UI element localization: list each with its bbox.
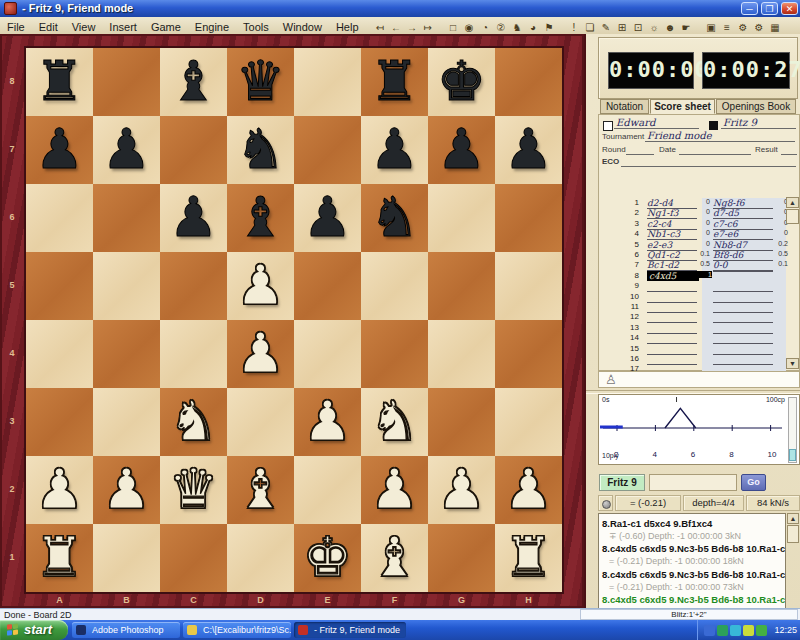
white-move-time: 1 <box>698 271 712 278</box>
square-c5[interactable] <box>160 252 227 320</box>
annotation-strip: ♙ <box>598 371 800 388</box>
black-pawn-b7[interactable]: ♟ <box>93 116 160 184</box>
rank-label-3: 3 <box>0 416 24 426</box>
move-number: 15 <box>599 344 639 353</box>
engine-line-variation: 8.c4xd5 c6xd5 9.Nc3-b5 Bd6-b8 10.Ra1-c1 <box>602 543 786 554</box>
black-move[interactable]: Bf8-d6 <box>713 250 773 261</box>
engine-line-variation: 8.c4xd5 c6xd5 9.Nc3-b5 Bd6-b8 10.Ra1-c1 <box>602 594 786 605</box>
display-icon[interactable] <box>756 625 767 636</box>
taskbar-button-icon <box>298 625 308 635</box>
white-clock: 0:00:00 <box>608 52 694 89</box>
sheet-scroll-down[interactable]: ▼ <box>786 358 799 369</box>
chess-board[interactable]: ♜♝♛♜♚♟♟♞♟♟♟♟♝♟♞♟♟♞♟♞♟♟♛♝♟♟♟♜♚♝♜ <box>26 48 562 592</box>
resign-flag-icon[interactable]: ⚑ <box>541 20 557 35</box>
black-pawn-f7[interactable]: ♟ <box>361 116 428 184</box>
start-button[interactable]: start <box>0 620 68 640</box>
file-label-h: H <box>495 592 562 608</box>
white-knight-c3[interactable]: ♞ <box>160 388 227 456</box>
round-label: Round <box>602 145 626 154</box>
menu-file[interactable]: File <box>0 19 32 33</box>
move-row-12: 12 <box>599 312 799 322</box>
square-h3[interactable] <box>495 388 562 456</box>
square-f7[interactable]: ♟ <box>361 116 428 184</box>
menu-edit[interactable]: Edit <box>32 19 65 33</box>
graph-slider-thumb[interactable] <box>789 449 796 461</box>
square-e2[interactable] <box>294 456 361 524</box>
database-icon[interactable]: ◉ <box>461 20 477 35</box>
black-move[interactable]: Nb8-d7 <box>713 240 773 251</box>
board-design-icon[interactable]: ▦ <box>767 20 783 35</box>
black-move[interactable]: 0-0 <box>713 260 773 271</box>
black-move-empty[interactable] <box>713 302 773 313</box>
white-move-time: 0 <box>698 229 710 236</box>
network-icon[interactable] <box>704 625 715 636</box>
square-a1[interactable]: ♜ <box>26 524 93 592</box>
taskbar: start Adobe PhotoshopC:\[Excalibur\fritz… <box>0 620 800 640</box>
taskbar-button-icon <box>76 625 86 635</box>
menu-insert[interactable]: Insert <box>102 19 144 33</box>
square-h2[interactable]: ♟ <box>495 456 562 524</box>
white-move-empty[interactable] <box>647 302 697 313</box>
file-label-b: B <box>93 592 160 608</box>
square-d6[interactable]: ♝ <box>227 184 294 252</box>
black-move-empty[interactable] <box>713 281 773 292</box>
square-h4[interactable] <box>495 320 562 388</box>
annotate-icon[interactable]: ✎ <box>598 20 614 35</box>
move-row-4: 4Nb1-c30e7-e60 <box>599 229 799 239</box>
rank-label-4: 4 <box>0 348 24 358</box>
engine-status-row: = (-0.21) depth=4/4 84 kN/s <box>598 494 800 512</box>
black-bishop-c8[interactable]: ♝ <box>160 48 227 116</box>
move-row-10: 10 <box>599 292 799 302</box>
white-pawn-a2[interactable]: ♟ <box>26 456 93 524</box>
square-g2[interactable]: ♟ <box>428 456 495 524</box>
white-move-empty[interactable] <box>647 354 697 365</box>
square-d3[interactable] <box>227 388 294 456</box>
offer-draw-icon[interactable]: ☛ <box>678 20 694 35</box>
file-label-c: C <box>160 592 227 608</box>
square-b7[interactable]: ♟ <box>93 116 160 184</box>
close-button[interactable]: ✕ <box>781 2 798 15</box>
fritz9-window: - Fritz 9, Friend mode ─ ❐ ✕ FileEditVie… <box>0 0 800 640</box>
move-row-7: 7Bc1-d20.50-00.1 <box>599 260 799 270</box>
result-label: Result <box>755 145 778 154</box>
square-c3[interactable]: ♞ <box>160 388 227 456</box>
taskbar-button-icon <box>187 625 197 635</box>
white-move-time: 0 <box>698 208 710 215</box>
right-panel: 0:00:00 0:00:27 Edward Fritz 9 Tournamen… <box>586 34 800 608</box>
move-number: 16 <box>599 354 639 363</box>
engine-knight-icon[interactable]: ♞ <box>509 20 525 35</box>
white-queen-c2[interactable]: ♛ <box>160 456 227 524</box>
move-row-13: 13 <box>599 323 799 333</box>
engine-line-variation: 8.c4xd5 c6xd5 9.Nc3-b5 Bd6-b8 10.Ra1-c1 <box>602 569 786 580</box>
clock-icon[interactable]: ◔ <box>477 20 493 35</box>
move-row-9: 9 <box>599 281 799 291</box>
engine-speed: 84 kN/s <box>746 495 800 511</box>
move-number: 9 <box>599 281 639 290</box>
white-pawn-f2[interactable]: ♟ <box>361 456 428 524</box>
new-game-icon[interactable]: □ <box>445 20 461 35</box>
led-dot <box>602 500 611 509</box>
svg-text:8: 8 <box>729 450 734 459</box>
square-e5[interactable] <box>294 252 361 320</box>
black-move-empty[interactable] <box>713 312 773 323</box>
sheet-scroll-thumb[interactable] <box>786 209 799 224</box>
system-tray: 12:25 <box>697 620 800 640</box>
black-rook-a8[interactable]: ♜ <box>26 48 93 116</box>
square-a8[interactable]: ♜ <box>26 48 93 116</box>
black-pawn-h7[interactable]: ♟ <box>495 116 562 184</box>
engine-line-detail: = (-0.21) Depth: -1 00:00:00 18kN <box>602 556 744 566</box>
window-title: - Fritz 9, Friend mode <box>22 2 133 14</box>
black-move-empty[interactable] <box>713 333 773 344</box>
black-queen-d8[interactable]: ♛ <box>227 48 294 116</box>
hint-icon[interactable]: ! <box>566 20 582 35</box>
black-move[interactable]: Ng8-f6 <box>713 198 773 209</box>
pawn-outline-icon: ♙ <box>605 372 617 387</box>
square-d2[interactable]: ♝ <box>227 456 294 524</box>
square-g5[interactable] <box>428 252 495 320</box>
square-f3[interactable]: ♞ <box>361 388 428 456</box>
settings-icon[interactable]: ⚙ <box>735 20 751 35</box>
toolbar: ↤←→↦□◉◔②♞◕⚑!❏✎⊞⊡☼☻☛▣≡⚙⚙▦ <box>372 17 783 34</box>
square-e6[interactable]: ♟ <box>294 184 361 252</box>
square-f8[interactable]: ♜ <box>361 48 428 116</box>
square-c7[interactable] <box>160 116 227 184</box>
title-bar: - Fritz 9, Friend mode ─ ❐ ✕ <box>0 0 800 17</box>
black-move-time: 0.2 <box>774 240 788 247</box>
white-player-icon <box>603 121 613 131</box>
two-players-icon[interactable]: ② <box>493 20 509 35</box>
white-move-time: 0.1 <box>698 250 710 257</box>
move-row-8: 8c4xd51 <box>599 271 799 281</box>
move-row-11: 11 <box>599 302 799 312</box>
black-move-empty[interactable] <box>713 354 773 365</box>
windows-logo-icon <box>7 623 19 636</box>
square-h1[interactable]: ♜ <box>495 524 562 592</box>
tab-openings-book[interactable]: Openings Book <box>716 99 796 114</box>
engine-eval: = (-0.21) <box>615 495 681 511</box>
new-board-icon[interactable]: ⊡ <box>630 20 646 35</box>
square-d1[interactable] <box>227 524 294 592</box>
black-pawn-e6[interactable]: ♟ <box>294 184 361 252</box>
move-row-14: 14 <box>599 333 799 343</box>
move-row-6: 6Qd1-c20.1Bf8-d60.5 <box>599 250 799 260</box>
move-row-1: 1d2-d40Ng8-f60 <box>599 198 799 208</box>
white-move[interactable]: d2-d4 <box>647 198 697 209</box>
black-move[interactable] <box>713 271 773 272</box>
square-e3[interactable]: ♟ <box>294 388 361 456</box>
engine-line-detail: = (-0.21) Depth: -1 00:00:00 73kN <box>602 582 744 592</box>
square-c4[interactable] <box>160 320 227 388</box>
file-label-d: D <box>227 592 294 608</box>
white-move-empty[interactable] <box>647 333 697 344</box>
app-icon <box>4 2 17 15</box>
rank-label-7: 7 <box>0 144 24 154</box>
white-move[interactable]: c2-c4 <box>647 219 697 230</box>
square-h5[interactable] <box>495 252 562 320</box>
square-a6[interactable] <box>26 184 93 252</box>
square-h6[interactable] <box>495 184 562 252</box>
black-rook-f8[interactable]: ♜ <box>361 48 428 116</box>
black-move-empty[interactable] <box>713 323 773 334</box>
black-move[interactable]: e7-e6 <box>713 229 773 240</box>
tab-score-sheet[interactable]: Score sheet <box>650 99 715 114</box>
go-end-icon[interactable]: ↦ <box>420 20 436 35</box>
tournament-label: Tournament <box>602 132 644 141</box>
square-a3[interactable] <box>26 388 93 456</box>
black-knight-d7[interactable]: ♞ <box>227 116 294 184</box>
menu-engine[interactable]: Engine <box>188 19 236 33</box>
board-window-icon[interactable]: ⊞ <box>614 20 630 35</box>
white-knight-f3[interactable]: ♞ <box>361 388 428 456</box>
file-label-g: G <box>428 592 495 608</box>
square-c1[interactable] <box>160 524 227 592</box>
white-pawn-h2[interactable]: ♟ <box>495 456 562 524</box>
move-number: 6 <box>599 250 639 259</box>
square-e8[interactable] <box>294 48 361 116</box>
white-move[interactable]: e2-e3 <box>647 240 697 251</box>
move-row-5: 5e2-e30Nb8-d70.2 <box>599 240 799 250</box>
square-b8[interactable] <box>93 48 160 116</box>
move-number: 2 <box>599 208 639 217</box>
rank-label-5: 5 <box>0 280 24 290</box>
black-clock: 0:00:27 <box>702 52 790 89</box>
white-pawn-e3[interactable]: ♟ <box>294 388 361 456</box>
black-move-empty[interactable] <box>713 292 773 303</box>
white-move-empty[interactable] <box>647 323 697 334</box>
black-pawn-c6[interactable]: ♟ <box>160 184 227 252</box>
rank-label-8: 8 <box>0 76 24 86</box>
engine-depth: depth=4/4 <box>683 495 744 511</box>
graph-slider[interactable] <box>788 397 797 463</box>
square-e7[interactable] <box>294 116 361 184</box>
square-f6[interactable]: ♞ <box>361 184 428 252</box>
square-g4[interactable] <box>428 320 495 388</box>
move-number: 1 <box>599 198 639 207</box>
taskbar-button-2[interactable]: C:\[Excalibur\fritz9\Sc... <box>183 622 291 638</box>
square-b5[interactable] <box>93 252 160 320</box>
messenger-icon[interactable] <box>743 625 754 636</box>
black-bishop-d6[interactable]: ♝ <box>227 184 294 252</box>
white-rook-a1[interactable]: ♜ <box>26 524 93 592</box>
clock-panel: 0:00:00 0:00:27 <box>598 37 798 99</box>
white-bishop-d2[interactable]: ♝ <box>227 456 294 524</box>
svg-text:2: 2 <box>614 450 619 459</box>
move-number: 3 <box>599 219 639 228</box>
openings-book-icon[interactable]: ❏ <box>582 20 598 35</box>
square-a5[interactable] <box>26 252 93 320</box>
save-icon[interactable]: ▣ <box>703 20 719 35</box>
menu-window[interactable]: Window <box>276 19 329 33</box>
engine-scroll-up[interactable]: ▲ <box>787 513 799 524</box>
square-e4[interactable] <box>294 320 361 388</box>
tray-clock: 12:25 <box>774 620 797 640</box>
engine-led <box>598 495 613 511</box>
white-move-time: 0 <box>698 240 710 247</box>
move-row-16: 16 <box>599 354 799 364</box>
black-move-time: 0.1 <box>774 260 788 267</box>
black-pawn-a7[interactable]: ♟ <box>26 116 93 184</box>
square-d5[interactable]: ♟ <box>227 252 294 320</box>
square-g6[interactable] <box>428 184 495 252</box>
levels-icon[interactable]: ≡ <box>719 20 735 35</box>
square-f2[interactable]: ♟ <box>361 456 428 524</box>
move-number: 11 <box>599 302 639 311</box>
taskbar-button-3[interactable]: - Fritz 9, Friend mode <box>294 622 406 638</box>
move-row-2: 2Ng1-f30d7-d50 <box>599 208 799 218</box>
restore-button[interactable]: ❐ <box>761 2 778 15</box>
svg-text:6: 6 <box>691 450 696 459</box>
black-move-empty[interactable] <box>713 344 773 355</box>
square-d4[interactable]: ♟ <box>227 320 294 388</box>
move-row-15: 15 <box>599 344 799 354</box>
coach-icon[interactable]: ☼ <box>646 20 662 35</box>
square-b2[interactable]: ♟ <box>93 456 160 524</box>
evaluation-graph: 0s 100cp 10ply 24681012141618 <box>598 394 800 465</box>
black-king-g8[interactable]: ♚ <box>428 48 495 116</box>
black-move[interactable]: d7-d5 <box>713 208 773 219</box>
square-b6[interactable] <box>93 184 160 252</box>
square-g7[interactable]: ♟ <box>428 116 495 184</box>
eco-label: ECO <box>602 157 619 166</box>
score-sheet: Edward Fritz 9 Tournament Friend mode Ro… <box>598 114 800 371</box>
svg-text:4: 4 <box>652 450 657 459</box>
menu-tools[interactable]: Tools <box>236 19 276 33</box>
square-b3[interactable] <box>93 388 160 456</box>
white-pawn-d4[interactable]: ♟ <box>227 320 294 388</box>
square-h7[interactable]: ♟ <box>495 116 562 184</box>
white-move-time: 0 <box>698 198 710 205</box>
square-a4[interactable] <box>26 320 93 388</box>
minimize-button[interactable]: ─ <box>741 2 758 15</box>
square-f1[interactable]: ♝ <box>361 524 428 592</box>
square-c8[interactable]: ♝ <box>160 48 227 116</box>
date-label: Date <box>659 145 676 154</box>
move-number: 10 <box>599 292 639 301</box>
menu-view[interactable]: View <box>65 19 103 33</box>
square-d7[interactable]: ♞ <box>227 116 294 184</box>
white-move[interactable]: c4xd5 <box>647 271 699 281</box>
square-a2[interactable]: ♟ <box>26 456 93 524</box>
engine-scroll-thumb[interactable] <box>787 525 799 543</box>
engine-settings-icon[interactable]: ⚙ <box>751 20 767 35</box>
sheet-scroll-up[interactable]: ▲ <box>786 197 799 208</box>
internet-icon[interactable]: ◕ <box>525 20 541 35</box>
file-label-a: A <box>26 592 93 608</box>
square-g1[interactable] <box>428 524 495 592</box>
square-d8[interactable]: ♛ <box>227 48 294 116</box>
engine-line-detail: ∓ (-0.60) Depth: -1 00:00:00 3kN <box>602 531 741 541</box>
move-number: 8 <box>599 271 639 280</box>
white-pawn-b2[interactable]: ♟ <box>93 456 160 524</box>
move-number: 12 <box>599 312 639 321</box>
menu-game[interactable]: Game <box>144 19 188 33</box>
security-icon[interactable] <box>717 625 728 636</box>
square-c6[interactable]: ♟ <box>160 184 227 252</box>
rank-label-1: 1 <box>0 552 24 562</box>
white-move[interactable]: Ng1-f3 <box>647 208 697 219</box>
graph-plot: 24681012141618 <box>600 395 786 464</box>
black-player-icon <box>709 121 718 130</box>
rank-label-6: 6 <box>0 212 24 222</box>
square-c2[interactable]: ♛ <box>160 456 227 524</box>
white-move-time: 0.5 <box>698 260 710 267</box>
move-row-3: 3c2-c40c7-c60 <box>599 219 799 229</box>
square-g8[interactable]: ♚ <box>428 48 495 116</box>
white-bishop-f1[interactable]: ♝ <box>361 524 428 592</box>
square-f5[interactable] <box>361 252 428 320</box>
tab-notation[interactable]: Notation <box>600 99 649 114</box>
file-label-e: E <box>294 592 361 608</box>
black-move-time: 0.5 <box>774 250 788 257</box>
move-number: 4 <box>599 229 639 238</box>
volume-icon[interactable] <box>730 625 741 636</box>
white-move-empty[interactable] <box>647 312 697 323</box>
white-move[interactable]: Qd1-c2 <box>647 250 697 261</box>
white-rook-h1[interactable]: ♜ <box>495 524 562 592</box>
square-b1[interactable] <box>93 524 160 592</box>
go-button[interactable]: Go <box>741 474 766 491</box>
engine-input-field[interactable] <box>649 474 737 491</box>
white-king-e1[interactable]: ♚ <box>294 524 361 592</box>
square-a7[interactable]: ♟ <box>26 116 93 184</box>
black-pawn-g7[interactable]: ♟ <box>428 116 495 184</box>
square-f4[interactable] <box>361 320 428 388</box>
square-h8[interactable] <box>495 48 562 116</box>
takeback-icon[interactable]: ← <box>388 20 404 35</box>
file-label-f: F <box>361 592 428 608</box>
menu-help[interactable]: Help <box>329 19 366 33</box>
engine-line-variation: 8.Ra1-c1 d5xc4 9.Bf1xc4 <box>602 518 712 529</box>
white-pawn-g2[interactable]: ♟ <box>428 456 495 524</box>
rank-label-2: 2 <box>0 484 24 494</box>
square-b4[interactable] <box>93 320 160 388</box>
square-e1[interactable]: ♚ <box>294 524 361 592</box>
forward-icon[interactable]: → <box>404 20 420 35</box>
black-move[interactable]: c7-c6 <box>713 219 773 230</box>
status-time-control: Blitz:1'+2" <box>580 609 798 620</box>
white-move[interactable]: Bc1-d2 <box>647 260 697 271</box>
white-move-empty[interactable] <box>647 344 697 355</box>
move-number: 13 <box>599 323 639 332</box>
go-start-icon[interactable]: ↤ <box>372 20 388 35</box>
white-pawn-d5[interactable]: ♟ <box>227 252 294 320</box>
move-number: 14 <box>599 333 639 342</box>
white-move-empty[interactable] <box>647 292 697 303</box>
move-number: 7 <box>599 260 639 269</box>
svg-text:10: 10 <box>768 450 777 459</box>
black-move-time: 0 <box>774 229 788 236</box>
opponent-icon[interactable]: ☻ <box>662 20 678 35</box>
white-move-empty[interactable] <box>647 281 697 292</box>
square-g3[interactable] <box>428 388 495 456</box>
black-knight-f6[interactable]: ♞ <box>361 184 428 252</box>
taskbar-button-1[interactable]: Adobe Photoshop <box>72 622 180 638</box>
engine-name: Fritz 9 <box>599 474 645 491</box>
white-move[interactable]: Nb1-c3 <box>647 229 697 240</box>
engine-header: Fritz 9 Go <box>598 472 800 493</box>
move-number: 5 <box>599 240 639 249</box>
white-move-time: 0 <box>698 219 710 226</box>
